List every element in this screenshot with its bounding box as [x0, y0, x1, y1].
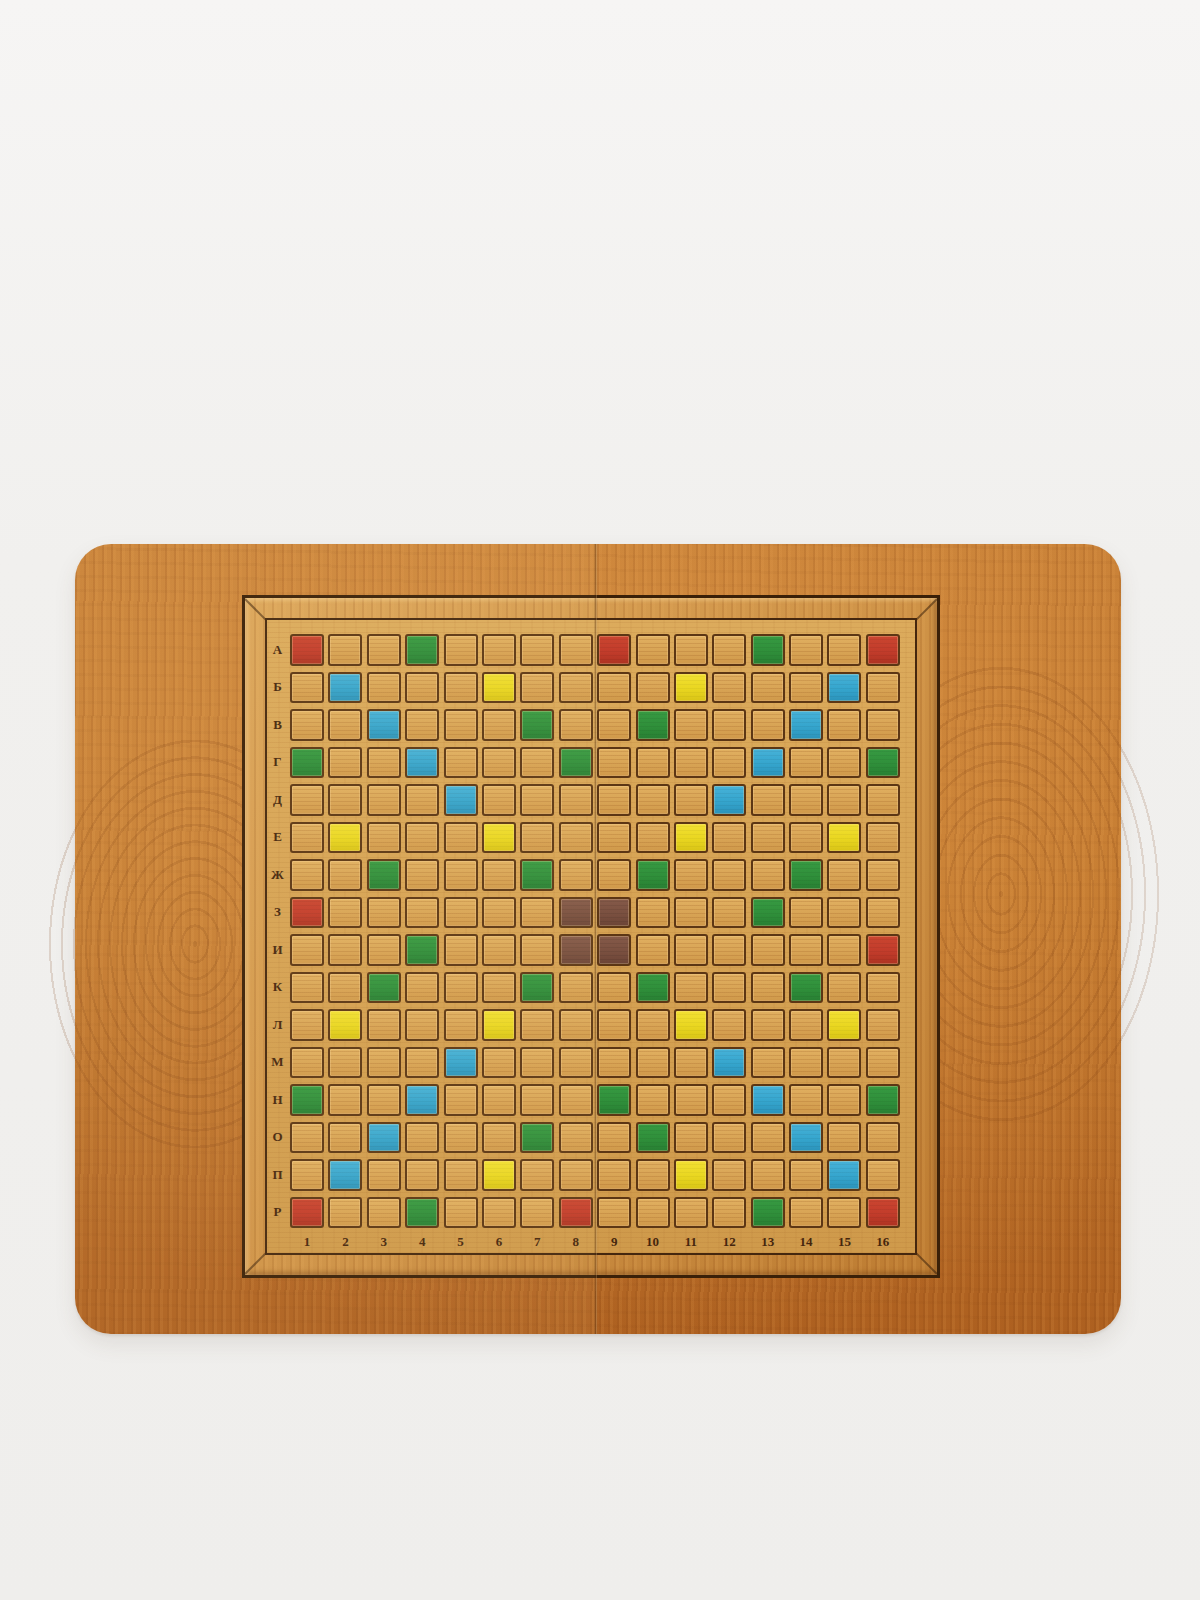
cell-Р9[interactable] — [597, 1197, 631, 1229]
cell-Б11[interactable] — [674, 672, 708, 704]
cell-Е3[interactable] — [367, 822, 401, 854]
cell-А4[interactable] — [405, 634, 439, 666]
cell-К6[interactable] — [482, 972, 516, 1004]
row-label-Б: Б — [267, 672, 288, 704]
cell-О14[interactable] — [789, 1122, 823, 1154]
col-label-11: 11 — [674, 1232, 708, 1252]
cell-Д6[interactable] — [482, 784, 516, 816]
cell-О5[interactable] — [444, 1122, 478, 1154]
cell-М1[interactable] — [290, 1047, 324, 1079]
cell-Д15[interactable] — [827, 784, 861, 816]
wooden-game-mat: АБВГДЕЖЗИКЛМНОПР 12345678910111213141516 — [75, 544, 1121, 1334]
cell-М15[interactable] — [827, 1047, 861, 1079]
cell-О6[interactable] — [482, 1122, 516, 1154]
row-label-П: П — [267, 1159, 288, 1191]
cell-В9[interactable] — [597, 709, 631, 741]
cell-Г1[interactable] — [290, 747, 324, 779]
cell-Г3[interactable] — [367, 747, 401, 779]
cell-М12[interactable] — [712, 1047, 746, 1079]
cell-И11[interactable] — [674, 934, 708, 966]
cell-Л10[interactable] — [636, 1009, 670, 1041]
cell-О11[interactable] — [674, 1122, 708, 1154]
cell-Ж11[interactable] — [674, 859, 708, 891]
row-label-К: К — [267, 972, 288, 1004]
cell-О15[interactable] — [827, 1122, 861, 1154]
cell-Ж4[interactable] — [405, 859, 439, 891]
cell-Ж6[interactable] — [482, 859, 516, 891]
cell-К4[interactable] — [405, 972, 439, 1004]
row-label-З: З — [267, 897, 288, 929]
cell-А1[interactable] — [290, 634, 324, 666]
cell-Н9[interactable] — [597, 1084, 631, 1116]
cell-И6[interactable] — [482, 934, 516, 966]
cell-Б4[interactable] — [405, 672, 439, 704]
cell-В6[interactable] — [482, 709, 516, 741]
cell-К16[interactable] — [866, 972, 900, 1004]
cell-Е10[interactable] — [636, 822, 670, 854]
cell-Е2[interactable] — [328, 822, 362, 854]
cell-Г8[interactable] — [559, 747, 593, 779]
cell-К12[interactable] — [712, 972, 746, 1004]
col-label-4: 4 — [405, 1232, 439, 1252]
cell-З5[interactable] — [444, 897, 478, 929]
column-labels-row: 12345678910111213141516 — [290, 1232, 900, 1252]
cell-П5[interactable] — [444, 1159, 478, 1191]
cell-Л4[interactable] — [405, 1009, 439, 1041]
cell-К13[interactable] — [751, 972, 785, 1004]
col-label-1: 1 — [290, 1232, 324, 1252]
cell-А11[interactable] — [674, 634, 708, 666]
cell-И12[interactable] — [712, 934, 746, 966]
cell-Р13[interactable] — [751, 1197, 785, 1229]
cell-Д5[interactable] — [444, 784, 478, 816]
cell-П11[interactable] — [674, 1159, 708, 1191]
col-label-5: 5 — [444, 1232, 478, 1252]
row-label-О: О — [267, 1122, 288, 1154]
cell-Ж12[interactable] — [712, 859, 746, 891]
cell-И4[interactable] — [405, 934, 439, 966]
cell-И2[interactable] — [328, 934, 362, 966]
cell-Б10[interactable] — [636, 672, 670, 704]
cell-П10[interactable] — [636, 1159, 670, 1191]
cell-А16[interactable] — [866, 634, 900, 666]
col-label-3: 3 — [367, 1232, 401, 1252]
col-label-10: 10 — [636, 1232, 670, 1252]
cell-Н12[interactable] — [712, 1084, 746, 1116]
cell-А9[interactable] — [597, 634, 631, 666]
row-label-И: И — [267, 934, 288, 966]
cell-Л15[interactable] — [827, 1009, 861, 1041]
cell-Б6[interactable] — [482, 672, 516, 704]
cell-П7[interactable] — [520, 1159, 554, 1191]
cell-В10[interactable] — [636, 709, 670, 741]
cell-Г9[interactable] — [597, 747, 631, 779]
cell-В7[interactable] — [520, 709, 554, 741]
cell-К14[interactable] — [789, 972, 823, 1004]
cell-М2[interactable] — [328, 1047, 362, 1079]
col-label-13: 13 — [751, 1232, 785, 1252]
cell-Е7[interactable] — [520, 822, 554, 854]
cell-А13[interactable] — [751, 634, 785, 666]
cell-К11[interactable] — [674, 972, 708, 1004]
cell-М8[interactable] — [559, 1047, 593, 1079]
cell-И13[interactable] — [751, 934, 785, 966]
cell-Е9[interactable] — [597, 822, 631, 854]
col-label-2: 2 — [328, 1232, 362, 1252]
cell-Н13[interactable] — [751, 1084, 785, 1116]
cell-Н7[interactable] — [520, 1084, 554, 1116]
cell-М3[interactable] — [367, 1047, 401, 1079]
cell-Ж1[interactable] — [290, 859, 324, 891]
row-label-Г: Г — [267, 747, 288, 779]
cell-П9[interactable] — [597, 1159, 631, 1191]
cell-Н11[interactable] — [674, 1084, 708, 1116]
cell-Н16[interactable] — [866, 1084, 900, 1116]
cell-З6[interactable] — [482, 897, 516, 929]
cell-Е8[interactable] — [559, 822, 593, 854]
cell-Г11[interactable] — [674, 747, 708, 779]
cell-О4[interactable] — [405, 1122, 439, 1154]
cell-В14[interactable] — [789, 709, 823, 741]
cell-И9[interactable] — [597, 934, 631, 966]
cell-Н3[interactable] — [367, 1084, 401, 1116]
cell-З7[interactable] — [520, 897, 554, 929]
row-label-М: М — [267, 1047, 288, 1079]
cell-Б8[interactable] — [559, 672, 593, 704]
cell-В11[interactable] — [674, 709, 708, 741]
cell-Н6[interactable] — [482, 1084, 516, 1116]
cell-О9[interactable] — [597, 1122, 631, 1154]
cell-Г10[interactable] — [636, 747, 670, 779]
cell-Г12[interactable] — [712, 747, 746, 779]
cell-А10[interactable] — [636, 634, 670, 666]
cell-Н10[interactable] — [636, 1084, 670, 1116]
row-label-Л: Л — [267, 1009, 288, 1041]
cell-Н14[interactable] — [789, 1084, 823, 1116]
cell-Б13[interactable] — [751, 672, 785, 704]
cell-З14[interactable] — [789, 897, 823, 929]
cell-Ж10[interactable] — [636, 859, 670, 891]
cell-П8[interactable] — [559, 1159, 593, 1191]
cell-Е13[interactable] — [751, 822, 785, 854]
cell-З10[interactable] — [636, 897, 670, 929]
cell-М13[interactable] — [751, 1047, 785, 1079]
cell-К10[interactable] — [636, 972, 670, 1004]
cell-Л7[interactable] — [520, 1009, 554, 1041]
cell-О1[interactable] — [290, 1122, 324, 1154]
cell-Л12[interactable] — [712, 1009, 746, 1041]
cell-А6[interactable] — [482, 634, 516, 666]
cell-Д7[interactable] — [520, 784, 554, 816]
cell-Г2[interactable] — [328, 747, 362, 779]
col-label-9: 9 — [597, 1232, 631, 1252]
cell-Ж13[interactable] — [751, 859, 785, 891]
cell-П1[interactable] — [290, 1159, 324, 1191]
row-label-В: В — [267, 709, 288, 741]
cell-О8[interactable] — [559, 1122, 593, 1154]
cell-М6[interactable] — [482, 1047, 516, 1079]
cell-И1[interactable] — [290, 934, 324, 966]
cell-З11[interactable] — [674, 897, 708, 929]
cell-И5[interactable] — [444, 934, 478, 966]
cell-М5[interactable] — [444, 1047, 478, 1079]
cell-И14[interactable] — [789, 934, 823, 966]
cell-З8[interactable] — [559, 897, 593, 929]
cell-Н4[interactable] — [405, 1084, 439, 1116]
cell-А12[interactable] — [712, 634, 746, 666]
cell-М9[interactable] — [597, 1047, 631, 1079]
cell-П16[interactable] — [866, 1159, 900, 1191]
cell-Р14[interactable] — [789, 1197, 823, 1229]
cell-В3[interactable] — [367, 709, 401, 741]
cell-Д2[interactable] — [328, 784, 362, 816]
col-label-8: 8 — [559, 1232, 593, 1252]
cell-А15[interactable] — [827, 634, 861, 666]
cell-Р1[interactable] — [290, 1197, 324, 1229]
cell-З15[interactable] — [827, 897, 861, 929]
col-label-15: 15 — [827, 1232, 861, 1252]
cell-З4[interactable] — [405, 897, 439, 929]
cell-О3[interactable] — [367, 1122, 401, 1154]
cell-О13[interactable] — [751, 1122, 785, 1154]
cell-К7[interactable] — [520, 972, 554, 1004]
cell-Р8[interactable] — [559, 1197, 593, 1229]
col-label-16: 16 — [866, 1232, 900, 1252]
cell-П6[interactable] — [482, 1159, 516, 1191]
row-label-Н: Н — [267, 1084, 288, 1116]
cell-Б2[interactable] — [328, 672, 362, 704]
cell-Ж9[interactable] — [597, 859, 631, 891]
cell-А7[interactable] — [520, 634, 554, 666]
cell-Л6[interactable] — [482, 1009, 516, 1041]
cell-И10[interactable] — [636, 934, 670, 966]
cell-К15[interactable] — [827, 972, 861, 1004]
cell-М16[interactable] — [866, 1047, 900, 1079]
cell-Б3[interactable] — [367, 672, 401, 704]
playing-area: АБВГДЕЖЗИКЛМНОПР 12345678910111213141516 — [265, 618, 917, 1255]
cell-В12[interactable] — [712, 709, 746, 741]
cell-Р6[interactable] — [482, 1197, 516, 1229]
cell-Д12[interactable] — [712, 784, 746, 816]
cell-К3[interactable] — [367, 972, 401, 1004]
cell-В13[interactable] — [751, 709, 785, 741]
cell-Н15[interactable] — [827, 1084, 861, 1116]
cell-Б15[interactable] — [827, 672, 861, 704]
cell-К8[interactable] — [559, 972, 593, 1004]
row-label-Ж: Ж — [267, 859, 288, 891]
cell-Г15[interactable] — [827, 747, 861, 779]
cell-И16[interactable] — [866, 934, 900, 966]
cell-П13[interactable] — [751, 1159, 785, 1191]
cell-Р4[interactable] — [405, 1197, 439, 1229]
cell-З1[interactable] — [290, 897, 324, 929]
cell-Б7[interactable] — [520, 672, 554, 704]
cell-А8[interactable] — [559, 634, 593, 666]
cell-В5[interactable] — [444, 709, 478, 741]
cell-Л9[interactable] — [597, 1009, 631, 1041]
cell-М14[interactable] — [789, 1047, 823, 1079]
cell-Ж5[interactable] — [444, 859, 478, 891]
cell-П15[interactable] — [827, 1159, 861, 1191]
cell-Е12[interactable] — [712, 822, 746, 854]
cell-Л16[interactable] — [866, 1009, 900, 1041]
cell-Л14[interactable] — [789, 1009, 823, 1041]
cell-Р5[interactable] — [444, 1197, 478, 1229]
cell-Н1[interactable] — [290, 1084, 324, 1116]
cell-К2[interactable] — [328, 972, 362, 1004]
cell-Е14[interactable] — [789, 822, 823, 854]
cell-О2[interactable] — [328, 1122, 362, 1154]
cell-М4[interactable] — [405, 1047, 439, 1079]
cell-П3[interactable] — [367, 1159, 401, 1191]
cell-Л1[interactable] — [290, 1009, 324, 1041]
cell-Р10[interactable] — [636, 1197, 670, 1229]
cell-В2[interactable] — [328, 709, 362, 741]
cell-О12[interactable] — [712, 1122, 746, 1154]
cell-В8[interactable] — [559, 709, 593, 741]
cell-А14[interactable] — [789, 634, 823, 666]
cell-В4[interactable] — [405, 709, 439, 741]
cell-П4[interactable] — [405, 1159, 439, 1191]
row-label-Р: Р — [267, 1197, 288, 1229]
cell-Ж3[interactable] — [367, 859, 401, 891]
cell-З3[interactable] — [367, 897, 401, 929]
cell-Р16[interactable] — [866, 1197, 900, 1229]
cell-Е4[interactable] — [405, 822, 439, 854]
cell-К1[interactable] — [290, 972, 324, 1004]
cell-Р2[interactable] — [328, 1197, 362, 1229]
cell-Ж14[interactable] — [789, 859, 823, 891]
col-label-12: 12 — [712, 1232, 746, 1252]
cell-И15[interactable] — [827, 934, 861, 966]
row-label-Д: Д — [267, 784, 288, 816]
cell-Ж16[interactable] — [866, 859, 900, 891]
cell-К9[interactable] — [597, 972, 631, 1004]
board-frame: АБВГДЕЖЗИКЛМНОПР 12345678910111213141516 — [242, 595, 940, 1278]
row-label-А: А — [267, 634, 288, 666]
cell-Б12[interactable] — [712, 672, 746, 704]
cell-Г7[interactable] — [520, 747, 554, 779]
cell-Ж15[interactable] — [827, 859, 861, 891]
cell-Е5[interactable] — [444, 822, 478, 854]
row-label-Е: Е — [267, 822, 288, 854]
cell-Л13[interactable] — [751, 1009, 785, 1041]
cell-Д14[interactable] — [789, 784, 823, 816]
cell-Г4[interactable] — [405, 747, 439, 779]
cell-О16[interactable] — [866, 1122, 900, 1154]
cell-Д4[interactable] — [405, 784, 439, 816]
cell-П14[interactable] — [789, 1159, 823, 1191]
cell-Б14[interactable] — [789, 672, 823, 704]
cell-А5[interactable] — [444, 634, 478, 666]
cell-К5[interactable] — [444, 972, 478, 1004]
cell-Г5[interactable] — [444, 747, 478, 779]
cell-Н5[interactable] — [444, 1084, 478, 1116]
cell-Р12[interactable] — [712, 1197, 746, 1229]
cell-Б9[interactable] — [597, 672, 631, 704]
cell-Ж8[interactable] — [559, 859, 593, 891]
cell-О10[interactable] — [636, 1122, 670, 1154]
cell-Г6[interactable] — [482, 747, 516, 779]
cell-Р3[interactable] — [367, 1197, 401, 1229]
cell-И3[interactable] — [367, 934, 401, 966]
cell-Н2[interactable] — [328, 1084, 362, 1116]
cell-З12[interactable] — [712, 897, 746, 929]
cell-Р11[interactable] — [674, 1197, 708, 1229]
cell-Ж2[interactable] — [328, 859, 362, 891]
cell-Г13[interactable] — [751, 747, 785, 779]
cell-З2[interactable] — [328, 897, 362, 929]
cell-А3[interactable] — [367, 634, 401, 666]
cell-Д11[interactable] — [674, 784, 708, 816]
cell-М10[interactable] — [636, 1047, 670, 1079]
cell-З9[interactable] — [597, 897, 631, 929]
cell-И7[interactable] — [520, 934, 554, 966]
cell-Л2[interactable] — [328, 1009, 362, 1041]
cell-З13[interactable] — [751, 897, 785, 929]
cell-Б5[interactable] — [444, 672, 478, 704]
col-label-6: 6 — [482, 1232, 516, 1252]
cell-Л5[interactable] — [444, 1009, 478, 1041]
cell-Н8[interactable] — [559, 1084, 593, 1116]
cell-Б1[interactable] — [290, 672, 324, 704]
page-background: АБВГДЕЖЗИКЛМНОПР 12345678910111213141516 — [0, 0, 1200, 1600]
cell-Е16[interactable] — [866, 822, 900, 854]
cell-М7[interactable] — [520, 1047, 554, 1079]
board-grid — [290, 634, 900, 1228]
cell-Л11[interactable] — [674, 1009, 708, 1041]
cell-Е6[interactable] — [482, 822, 516, 854]
cell-М11[interactable] — [674, 1047, 708, 1079]
cell-Е15[interactable] — [827, 822, 861, 854]
cell-Р7[interactable] — [520, 1197, 554, 1229]
cell-В16[interactable] — [866, 709, 900, 741]
cell-Д16[interactable] — [866, 784, 900, 816]
cell-Ж7[interactable] — [520, 859, 554, 891]
col-label-14: 14 — [789, 1232, 823, 1252]
cell-Г14[interactable] — [789, 747, 823, 779]
cell-Д8[interactable] — [559, 784, 593, 816]
cell-П12[interactable] — [712, 1159, 746, 1191]
cell-Д9[interactable] — [597, 784, 631, 816]
cell-А2[interactable] — [328, 634, 362, 666]
cell-В1[interactable] — [290, 709, 324, 741]
cell-Р15[interactable] — [827, 1197, 861, 1229]
cell-Д3[interactable] — [367, 784, 401, 816]
cell-Д10[interactable] — [636, 784, 670, 816]
cell-И8[interactable] — [559, 934, 593, 966]
cell-Е1[interactable] — [290, 822, 324, 854]
cell-П2[interactable] — [328, 1159, 362, 1191]
cell-З16[interactable] — [866, 897, 900, 929]
cell-Д1[interactable] — [290, 784, 324, 816]
col-label-7: 7 — [520, 1232, 554, 1252]
row-labels-column: АБВГДЕЖЗИКЛМНОПР — [267, 634, 288, 1228]
cell-Б16[interactable] — [866, 672, 900, 704]
cell-Д13[interactable] — [751, 784, 785, 816]
cell-О7[interactable] — [520, 1122, 554, 1154]
cell-Е11[interactable] — [674, 822, 708, 854]
cell-Л8[interactable] — [559, 1009, 593, 1041]
cell-В15[interactable] — [827, 709, 861, 741]
cell-Г16[interactable] — [866, 747, 900, 779]
cell-Л3[interactable] — [367, 1009, 401, 1041]
